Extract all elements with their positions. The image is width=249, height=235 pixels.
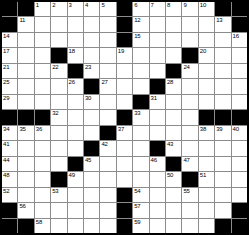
- clue-number: 58: [36, 219, 42, 226]
- white-cell[interactable]: 40: [232, 126, 247, 140]
- white-cell[interactable]: [215, 95, 230, 109]
- white-cell[interactable]: [35, 95, 50, 109]
- white-cell[interactable]: 42: [100, 141, 115, 155]
- white-cell[interactable]: 18: [68, 48, 83, 62]
- white-cell[interactable]: [18, 95, 33, 109]
- white-cell[interactable]: 25: [2, 79, 17, 93]
- clue-number: 55: [183, 188, 189, 195]
- black-cell: [51, 48, 66, 62]
- white-cell[interactable]: [100, 48, 115, 62]
- white-cell[interactable]: [68, 95, 83, 109]
- white-cell[interactable]: [215, 188, 230, 202]
- clue-number: 34: [3, 126, 9, 133]
- white-cell[interactable]: [166, 203, 181, 217]
- white-cell[interactable]: [182, 33, 197, 47]
- black-cell: [117, 188, 132, 202]
- white-cell[interactable]: [150, 203, 165, 217]
- white-cell[interactable]: 33: [133, 110, 148, 124]
- white-cell[interactable]: [182, 17, 197, 31]
- white-cell[interactable]: 19: [117, 48, 132, 62]
- black-cell: [232, 2, 247, 16]
- white-cell[interactable]: 28: [166, 79, 181, 93]
- clue-number: 44: [3, 157, 9, 164]
- white-cell[interactable]: 47: [182, 157, 197, 171]
- black-cell: [68, 157, 83, 171]
- black-cell: [18, 110, 33, 124]
- clue-number: 17: [3, 48, 9, 55]
- white-cell[interactable]: [232, 79, 247, 93]
- clue-number: 4: [85, 2, 88, 9]
- white-cell[interactable]: [18, 48, 33, 62]
- white-cell[interactable]: [68, 141, 83, 155]
- white-cell[interactable]: [84, 17, 99, 31]
- white-cell[interactable]: [35, 79, 50, 93]
- clue-number: 50: [167, 172, 173, 179]
- black-cell: [117, 110, 132, 124]
- black-cell: [232, 203, 247, 217]
- white-cell[interactable]: [117, 141, 132, 155]
- white-cell[interactable]: [35, 172, 50, 186]
- clue-number: 22: [52, 64, 58, 71]
- white-cell[interactable]: [133, 64, 148, 78]
- clue-number: 8: [167, 2, 170, 9]
- clue-number: 47: [183, 157, 189, 164]
- white-cell[interactable]: [232, 64, 247, 78]
- white-cell[interactable]: [215, 157, 230, 171]
- black-cell: [232, 219, 247, 233]
- white-cell[interactable]: 21: [2, 64, 17, 78]
- white-cell[interactable]: [232, 141, 247, 155]
- white-cell[interactable]: 20: [199, 48, 214, 62]
- black-cell: [232, 110, 247, 124]
- white-cell[interactable]: 44: [2, 157, 17, 171]
- white-cell[interactable]: [51, 33, 66, 47]
- white-cell[interactable]: [68, 219, 83, 233]
- clue-number: 6: [134, 2, 137, 9]
- white-cell[interactable]: [68, 126, 83, 140]
- white-cell[interactable]: [150, 17, 165, 31]
- clue-number: 5: [101, 2, 104, 9]
- white-cell[interactable]: [84, 110, 99, 124]
- black-cell: [84, 141, 99, 155]
- white-cell[interactable]: 1: [35, 2, 50, 16]
- white-cell[interactable]: [100, 17, 115, 31]
- clue-number: 56: [19, 203, 25, 210]
- white-cell[interactable]: [133, 172, 148, 186]
- black-cell: [2, 110, 17, 124]
- white-cell[interactable]: [133, 141, 148, 155]
- white-cell[interactable]: 27: [100, 79, 115, 93]
- white-cell[interactable]: 26: [68, 79, 83, 93]
- white-cell[interactable]: 54: [133, 188, 148, 202]
- clue-number: 45: [85, 157, 91, 164]
- clue-number: 29: [3, 95, 9, 102]
- white-cell[interactable]: [232, 95, 247, 109]
- white-cell[interactable]: [84, 126, 99, 140]
- white-cell[interactable]: [166, 126, 181, 140]
- white-cell[interactable]: [133, 157, 148, 171]
- black-cell: [150, 79, 165, 93]
- clue-number: 52: [3, 188, 9, 195]
- black-cell: [199, 110, 214, 124]
- white-cell[interactable]: [150, 110, 165, 124]
- black-cell: [182, 48, 197, 62]
- black-cell: [100, 126, 115, 140]
- white-cell[interactable]: [84, 203, 99, 217]
- white-cell[interactable]: [84, 48, 99, 62]
- clue-number: 27: [101, 79, 107, 86]
- white-cell[interactable]: 49: [68, 172, 83, 186]
- white-cell[interactable]: [182, 203, 197, 217]
- white-cell[interactable]: 13: [215, 17, 230, 31]
- black-cell: [18, 2, 33, 16]
- clue-number: 37: [118, 126, 124, 133]
- white-cell[interactable]: [100, 172, 115, 186]
- white-cell[interactable]: 14: [2, 33, 17, 47]
- white-cell[interactable]: [166, 188, 181, 202]
- white-cell[interactable]: [35, 48, 50, 62]
- clue-number: 40: [233, 126, 239, 133]
- black-cell: [182, 172, 197, 186]
- black-cell: [84, 79, 99, 93]
- white-cell[interactable]: [199, 17, 214, 31]
- white-cell[interactable]: [84, 172, 99, 186]
- white-cell[interactable]: [100, 188, 115, 202]
- white-cell[interactable]: [199, 79, 214, 93]
- white-cell[interactable]: [199, 33, 214, 47]
- white-cell[interactable]: [18, 188, 33, 202]
- white-cell[interactable]: [166, 17, 181, 31]
- clue-number: 38: [200, 126, 206, 133]
- clue-number: 2: [52, 2, 55, 9]
- white-cell[interactable]: [232, 48, 247, 62]
- white-cell[interactable]: 58: [35, 219, 50, 233]
- crossword-grid: 1234567891011121314151617181920212223242…: [0, 0, 249, 235]
- white-cell[interactable]: 2: [51, 2, 66, 16]
- white-cell[interactable]: [117, 95, 132, 109]
- white-cell[interactable]: [51, 219, 66, 233]
- white-cell[interactable]: 29: [2, 95, 17, 109]
- white-cell[interactable]: 16: [232, 33, 247, 47]
- white-cell[interactable]: 59: [133, 219, 148, 233]
- white-cell[interactable]: [199, 64, 214, 78]
- white-cell[interactable]: [35, 17, 50, 31]
- clue-number: 49: [69, 172, 75, 179]
- white-cell[interactable]: 50: [166, 172, 181, 186]
- black-cell: [2, 17, 17, 31]
- white-cell[interactable]: [68, 188, 83, 202]
- white-cell[interactable]: 37: [117, 126, 132, 140]
- white-cell[interactable]: [18, 64, 33, 78]
- white-cell[interactable]: [199, 219, 214, 233]
- white-cell[interactable]: 55: [182, 188, 197, 202]
- white-cell[interactable]: [166, 48, 181, 62]
- white-cell[interactable]: 45: [84, 157, 99, 171]
- clue-number: 53: [52, 188, 58, 195]
- white-cell[interactable]: 9: [182, 2, 197, 16]
- white-cell[interactable]: 46: [150, 157, 165, 171]
- clue-number: 16: [233, 33, 239, 40]
- white-cell[interactable]: [215, 33, 230, 47]
- white-cell[interactable]: [199, 141, 214, 155]
- white-cell[interactable]: 35: [18, 126, 33, 140]
- white-cell[interactable]: [51, 141, 66, 155]
- white-cell[interactable]: [182, 219, 197, 233]
- white-cell[interactable]: [117, 172, 132, 186]
- clue-number: 39: [216, 126, 222, 133]
- white-cell[interactable]: 10: [199, 2, 214, 16]
- clue-number: 51: [200, 172, 206, 179]
- black-cell: [215, 2, 230, 16]
- white-cell[interactable]: [133, 126, 148, 140]
- clue-number: 43: [167, 141, 173, 148]
- black-cell: [2, 219, 17, 233]
- clue-number: 23: [85, 64, 91, 71]
- black-cell: [2, 2, 17, 16]
- white-cell[interactable]: [150, 64, 165, 78]
- clue-number: 46: [151, 157, 157, 164]
- clue-number: 54: [134, 188, 140, 195]
- white-cell[interactable]: [215, 172, 230, 186]
- clue-number: 12: [134, 17, 140, 24]
- black-cell: [215, 219, 230, 233]
- white-cell[interactable]: [100, 203, 115, 217]
- clue-number: 48: [3, 172, 9, 179]
- white-cell[interactable]: 8: [166, 2, 181, 16]
- clue-number: 25: [3, 79, 9, 86]
- black-cell: [2, 203, 17, 217]
- clue-number: 41: [3, 141, 9, 148]
- clue-number: 42: [101, 141, 107, 148]
- clue-number: 20: [200, 48, 206, 55]
- white-cell[interactable]: 57: [133, 203, 148, 217]
- white-cell[interactable]: [18, 33, 33, 47]
- clue-number: 14: [3, 33, 9, 40]
- clue-number: 1: [36, 2, 39, 9]
- black-cell: [117, 203, 132, 217]
- white-cell[interactable]: [150, 126, 165, 140]
- white-cell[interactable]: [51, 203, 66, 217]
- white-cell[interactable]: [166, 33, 181, 47]
- white-cell[interactable]: [117, 79, 132, 93]
- white-cell[interactable]: [18, 157, 33, 171]
- clue-number: 19: [118, 48, 124, 55]
- white-cell[interactable]: [51, 95, 66, 109]
- black-cell: [133, 95, 148, 109]
- white-cell[interactable]: [215, 79, 230, 93]
- white-cell[interactable]: 15: [133, 33, 148, 47]
- white-cell[interactable]: [182, 79, 197, 93]
- black-cell: [166, 157, 181, 171]
- clue-number: 3: [69, 2, 72, 9]
- white-cell[interactable]: [150, 33, 165, 47]
- clue-number: 59: [134, 219, 140, 226]
- white-cell[interactable]: 48: [2, 172, 17, 186]
- white-cell[interactable]: [199, 188, 214, 202]
- black-cell: [150, 141, 165, 155]
- white-cell[interactable]: [150, 188, 165, 202]
- white-cell[interactable]: 43: [166, 141, 181, 155]
- white-cell[interactable]: [215, 141, 230, 155]
- white-cell[interactable]: [51, 79, 66, 93]
- white-cell[interactable]: [150, 219, 165, 233]
- white-cell[interactable]: 17: [2, 48, 17, 62]
- white-cell[interactable]: [199, 203, 214, 217]
- black-cell: [166, 64, 181, 78]
- white-cell[interactable]: 12: [133, 17, 148, 31]
- white-cell[interactable]: [199, 157, 214, 171]
- white-cell[interactable]: [100, 64, 115, 78]
- black-cell: [117, 2, 132, 16]
- white-cell[interactable]: [100, 110, 115, 124]
- white-cell[interactable]: [18, 172, 33, 186]
- white-cell[interactable]: 39: [215, 126, 230, 140]
- clue-number: 13: [216, 17, 222, 24]
- white-cell[interactable]: 5: [100, 2, 115, 16]
- white-cell[interactable]: [51, 126, 66, 140]
- clue-number: 24: [183, 64, 189, 71]
- white-cell[interactable]: [182, 126, 197, 140]
- clue-number: 36: [36, 126, 42, 133]
- black-cell: [117, 219, 132, 233]
- white-cell[interactable]: 36: [35, 126, 50, 140]
- white-cell[interactable]: [68, 203, 83, 217]
- white-cell[interactable]: [215, 64, 230, 78]
- white-cell[interactable]: [182, 110, 197, 124]
- clue-number: 26: [69, 79, 75, 86]
- white-cell[interactable]: [232, 157, 247, 171]
- clue-number: 9: [183, 2, 186, 9]
- clue-number: 15: [134, 33, 140, 40]
- clue-number: 28: [167, 79, 173, 86]
- white-cell[interactable]: [215, 203, 230, 217]
- white-cell[interactable]: 6: [133, 2, 148, 16]
- white-cell[interactable]: [100, 219, 115, 233]
- black-cell: [117, 33, 132, 47]
- black-cell: [215, 110, 230, 124]
- black-cell: [232, 17, 247, 31]
- clue-number: 31: [151, 95, 157, 102]
- white-cell[interactable]: [84, 33, 99, 47]
- white-cell[interactable]: 4: [84, 2, 99, 16]
- clue-number: 57: [134, 203, 140, 210]
- white-cell[interactable]: [68, 33, 83, 47]
- black-cell: [35, 110, 50, 124]
- white-cell[interactable]: [51, 17, 66, 31]
- white-cell[interactable]: [133, 48, 148, 62]
- white-cell[interactable]: [232, 172, 247, 186]
- white-cell[interactable]: [35, 157, 50, 171]
- clue-number: 32: [52, 110, 58, 117]
- clue-number: 35: [19, 126, 25, 133]
- clue-number: 11: [19, 17, 25, 24]
- white-cell[interactable]: [182, 141, 197, 155]
- white-cell[interactable]: 31: [150, 95, 165, 109]
- black-cell: [18, 219, 33, 233]
- white-cell[interactable]: 3: [68, 2, 83, 16]
- white-cell[interactable]: [35, 203, 50, 217]
- white-cell[interactable]: [35, 33, 50, 47]
- clue-number: 21: [3, 64, 9, 71]
- black-cell: [68, 64, 83, 78]
- white-cell[interactable]: [68, 110, 83, 124]
- white-cell[interactable]: 7: [150, 2, 165, 16]
- clue-number: 7: [151, 2, 154, 9]
- white-cell[interactable]: 32: [51, 110, 66, 124]
- white-cell[interactable]: [215, 48, 230, 62]
- white-cell[interactable]: 53: [51, 188, 66, 202]
- white-cell[interactable]: [150, 48, 165, 62]
- white-cell[interactable]: [51, 157, 66, 171]
- white-cell[interactable]: [100, 157, 115, 171]
- white-cell[interactable]: 56: [18, 203, 33, 217]
- white-cell[interactable]: 34: [2, 126, 17, 140]
- white-cell[interactable]: [166, 95, 181, 109]
- white-cell[interactable]: [35, 64, 50, 78]
- white-cell[interactable]: [150, 172, 165, 186]
- white-cell[interactable]: 24: [182, 64, 197, 78]
- white-cell[interactable]: [35, 188, 50, 202]
- white-cell[interactable]: [84, 219, 99, 233]
- clue-number: 30: [85, 95, 91, 102]
- white-cell[interactable]: 38: [199, 126, 214, 140]
- clue-number: 10: [200, 2, 206, 9]
- white-cell[interactable]: [18, 79, 33, 93]
- white-cell[interactable]: [232, 188, 247, 202]
- black-cell: [117, 17, 132, 31]
- white-cell[interactable]: [68, 17, 83, 31]
- white-cell[interactable]: [18, 141, 33, 155]
- white-cell[interactable]: 22: [51, 64, 66, 78]
- white-cell[interactable]: 23: [84, 64, 99, 78]
- black-cell: [51, 172, 66, 186]
- white-cell[interactable]: [166, 110, 181, 124]
- white-cell[interactable]: [117, 64, 132, 78]
- white-cell[interactable]: 52: [2, 188, 17, 202]
- white-cell[interactable]: [182, 95, 197, 109]
- clue-number: 18: [69, 48, 75, 55]
- white-cell[interactable]: [35, 141, 50, 155]
- white-cell[interactable]: [199, 95, 214, 109]
- white-cell[interactable]: [100, 95, 115, 109]
- white-cell[interactable]: 30: [84, 95, 99, 109]
- white-cell[interactable]: 41: [2, 141, 17, 155]
- white-cell[interactable]: [100, 33, 115, 47]
- white-cell[interactable]: 51: [199, 172, 214, 186]
- clue-number: 33: [134, 110, 140, 117]
- white-cell[interactable]: [117, 157, 132, 171]
- white-cell[interactable]: [166, 219, 181, 233]
- white-cell[interactable]: [84, 188, 99, 202]
- white-cell[interactable]: 11: [18, 17, 33, 31]
- white-cell[interactable]: [133, 79, 148, 93]
